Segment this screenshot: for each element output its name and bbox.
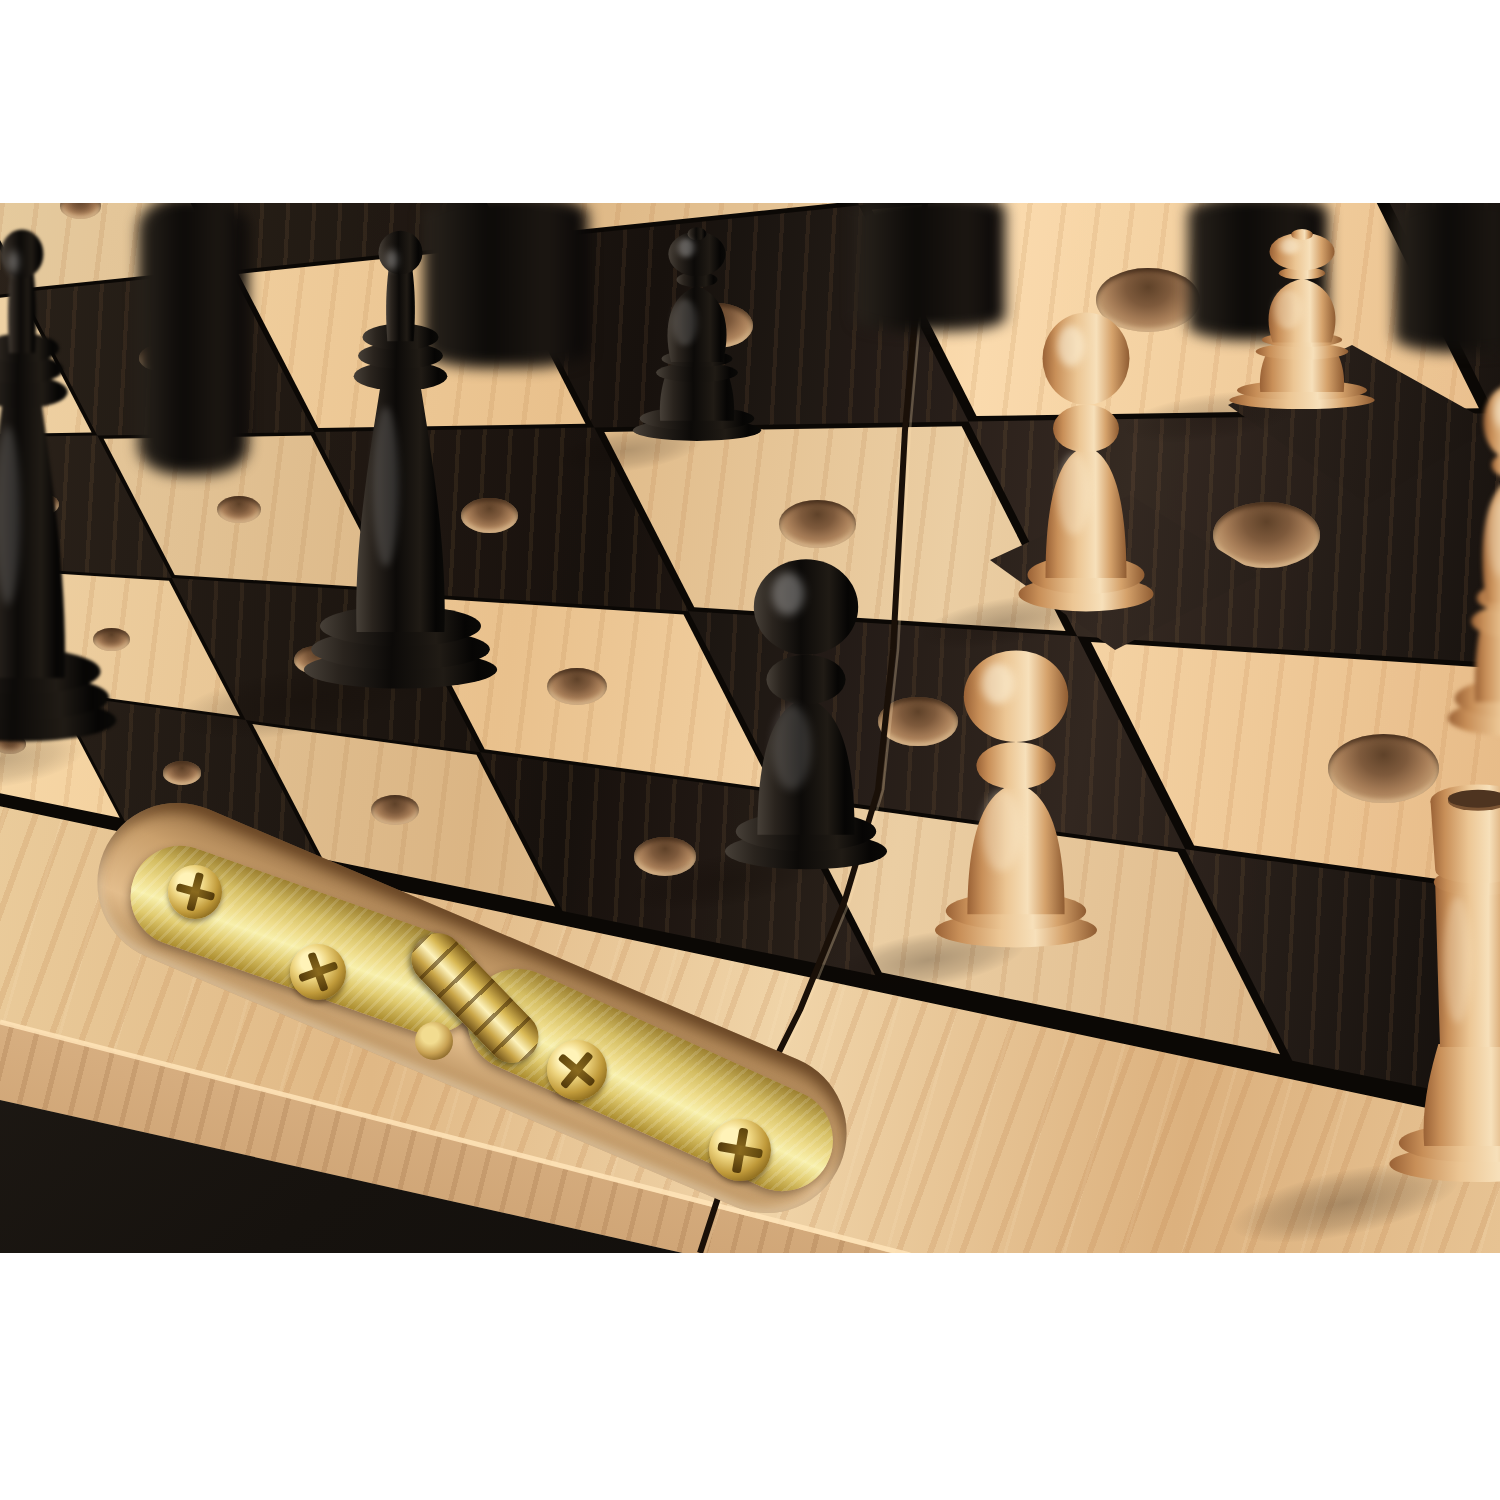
cropped-black-piece-3 [855,203,1005,331]
white-bishop[interactable] [1217,212,1387,410]
white-pawn-far[interactable] [1011,295,1161,613]
hinge-barrel-cap [415,1022,453,1060]
white-pawn-near[interactable] [926,633,1106,949]
product-photo: Close-up perspective product photo of a … [0,0,1500,1500]
black-pawn[interactable] [716,541,896,871]
black-queen[interactable] [298,225,503,690]
brass-screw-4 [709,1119,771,1181]
white-rook-edge[interactable] [1383,735,1500,1185]
cropped-black-piece-5 [1394,203,1500,352]
brass-screw-3 [547,1040,607,1100]
black-piece-left[interactable] [0,223,122,743]
brass-screw-1 [168,865,222,919]
brass-screw-2 [290,944,346,1000]
photo-band [0,203,1500,1253]
black-bishop[interactable] [622,207,772,442]
white-piece-edge[interactable] [1437,343,1500,738]
cropped-black-piece-1 [138,203,248,475]
